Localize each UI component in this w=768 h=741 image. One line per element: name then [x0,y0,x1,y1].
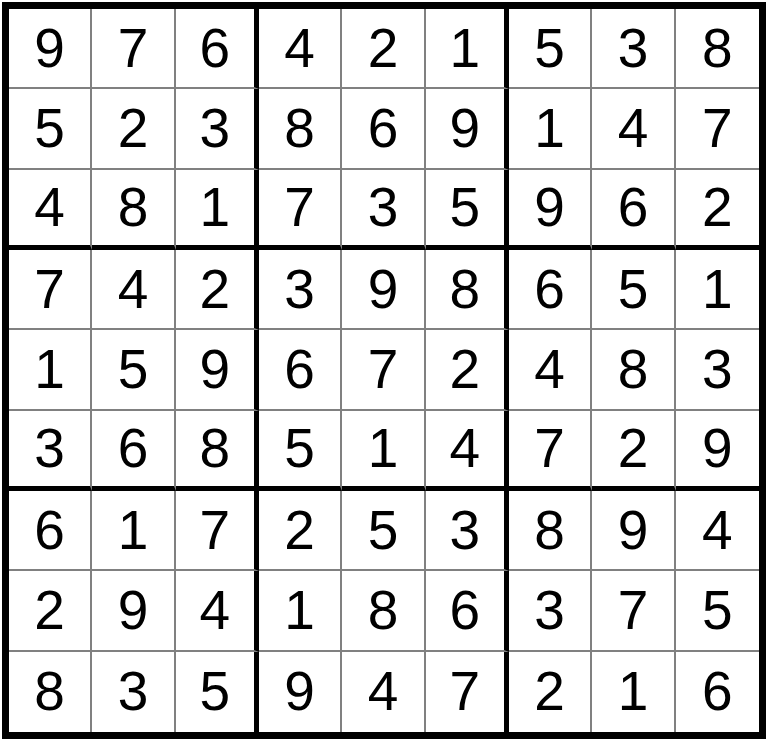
cell-r6c5[interactable]: 1 [342,411,425,491]
cell-r6c2[interactable]: 6 [92,411,175,491]
digit: 3 [284,262,315,317]
digit: 7 [702,101,733,156]
cell-r8c5[interactable]: 8 [342,571,425,651]
cell-r1c4[interactable]: 4 [259,9,342,89]
digit: 6 [284,342,315,397]
digit: 1 [200,180,231,235]
cell-r3c4[interactable]: 7 [259,170,342,250]
digit: 9 [368,262,399,317]
digit: 6 [618,180,649,235]
cell-r7c8[interactable]: 9 [592,491,675,571]
cell-r2c6[interactable]: 9 [426,89,509,169]
cell-r5c1[interactable]: 1 [9,330,92,410]
digit: 6 [450,583,481,638]
cell-r8c2[interactable]: 9 [92,571,175,651]
cell-r6c6[interactable]: 4 [426,411,509,491]
digit: 3 [702,342,733,397]
cell-r8c6[interactable]: 6 [426,571,509,651]
cell-r8c7[interactable]: 3 [509,571,592,651]
cell-r1c2[interactable]: 7 [92,9,175,89]
cell-r5c8[interactable]: 8 [592,330,675,410]
digit: 2 [618,421,649,476]
digit: 9 [200,342,231,397]
cell-r4c4[interactable]: 3 [259,250,342,330]
digit: 4 [618,101,649,156]
digit: 4 [702,503,733,558]
cell-r5c3[interactable]: 9 [176,330,259,410]
cell-r7c9[interactable]: 4 [676,491,759,571]
cell-r7c7[interactable]: 8 [509,491,592,571]
cell-r7c6[interactable]: 3 [426,491,509,571]
cell-r7c2[interactable]: 1 [92,491,175,571]
digit: 5 [534,21,565,76]
cell-r3c9[interactable]: 2 [676,170,759,250]
cell-r4c9[interactable]: 1 [676,250,759,330]
digit: 3 [450,503,481,558]
cell-r5c4[interactable]: 6 [259,330,342,410]
digit: 5 [284,421,315,476]
digit: 4 [450,421,481,476]
digit: 8 [618,342,649,397]
cell-r1c8[interactable]: 3 [592,9,675,89]
digit: 9 [534,180,565,235]
digit: 8 [534,503,565,558]
digit: 2 [284,503,315,558]
cell-r2c8[interactable]: 4 [592,89,675,169]
digit: 4 [118,262,149,317]
digit: 6 [368,101,399,156]
cell-r2c7[interactable]: 1 [509,89,592,169]
digit: 7 [118,21,149,76]
digit: 7 [450,664,481,719]
cell-r4c6[interactable]: 8 [426,250,509,330]
digit: 7 [284,180,315,235]
cell-r3c2[interactable]: 8 [92,170,175,250]
cell-r5c5[interactable]: 7 [342,330,425,410]
digit: 1 [702,262,733,317]
cell-r5c6[interactable]: 2 [426,330,509,410]
cell-r2c3[interactable]: 3 [176,89,259,169]
cell-r6c3[interactable]: 8 [176,411,259,491]
cell-r6c1[interactable]: 3 [9,411,92,491]
digit: 6 [118,421,149,476]
digit: 9 [118,583,149,638]
sudoku-board: 9764215385238691474817359627423986511596… [2,2,766,739]
cell-r3c1[interactable]: 4 [9,170,92,250]
digit: 9 [702,421,733,476]
digit: 3 [618,21,649,76]
digit: 9 [34,21,65,76]
digit: 7 [618,583,649,638]
cell-r5c2[interactable]: 5 [92,330,175,410]
digit: 3 [368,180,399,235]
digit: 1 [368,421,399,476]
cell-r8c1[interactable]: 2 [9,571,92,651]
cell-r7c4[interactable]: 2 [259,491,342,571]
cell-r2c2[interactable]: 2 [92,89,175,169]
cell-r8c3[interactable]: 4 [176,571,259,651]
digit: 4 [534,342,565,397]
cell-r1c1[interactable]: 9 [9,9,92,89]
cell-r1c3[interactable]: 6 [176,9,259,89]
cell-r3c5[interactable]: 3 [342,170,425,250]
cell-r6c8[interactable]: 2 [592,411,675,491]
cell-r1c7[interactable]: 5 [509,9,592,89]
cell-r2c5[interactable]: 6 [342,89,425,169]
digit: 7 [368,342,399,397]
digit: 6 [200,21,231,76]
digit: 7 [34,262,65,317]
cell-r4c7[interactable]: 6 [509,250,592,330]
cell-r6c9[interactable]: 9 [676,411,759,491]
digit: 8 [118,180,149,235]
digit: 4 [200,583,231,638]
cell-r3c8[interactable]: 6 [592,170,675,250]
digit: 1 [618,664,649,719]
cell-r9c3[interactable]: 5 [176,652,259,732]
cell-r4c3[interactable]: 2 [176,250,259,330]
cell-r7c3[interactable]: 7 [176,491,259,571]
digit: 4 [34,180,65,235]
digit: 6 [702,664,733,719]
cell-r2c9[interactable]: 7 [676,89,759,169]
cell-r3c3[interactable]: 1 [176,170,259,250]
digit: 5 [200,664,231,719]
digit: 8 [368,583,399,638]
digit: 7 [534,421,565,476]
cell-r1c6[interactable]: 1 [426,9,509,89]
cell-r6c4[interactable]: 5 [259,411,342,491]
digit: 3 [34,421,65,476]
digit: 5 [368,503,399,558]
cell-r2c1[interactable]: 5 [9,89,92,169]
cell-r8c9[interactable]: 5 [676,571,759,651]
digit: 9 [284,664,315,719]
cell-r1c9[interactable]: 8 [676,9,759,89]
cell-r7c5[interactable]: 5 [342,491,425,571]
digit: 8 [34,664,65,719]
cell-r9c1[interactable]: 8 [9,652,92,732]
cell-r5c7[interactable]: 4 [509,330,592,410]
digit: 5 [34,101,65,156]
digit: 2 [118,101,149,156]
cell-r8c4[interactable]: 1 [259,571,342,651]
digit: 2 [702,180,733,235]
cell-r4c8[interactable]: 5 [592,250,675,330]
digit: 1 [34,342,65,397]
digit: 4 [368,664,399,719]
digit: 5 [450,180,481,235]
digit: 7 [200,503,231,558]
digit: 9 [450,101,481,156]
digit: 3 [118,664,149,719]
cell-r9c6[interactable]: 7 [426,652,509,732]
digit: 4 [284,21,315,76]
digit: 1 [118,503,149,558]
cell-r4c5[interactable]: 9 [342,250,425,330]
cell-r4c2[interactable]: 4 [92,250,175,330]
cell-r6c7[interactable]: 7 [509,411,592,491]
digit: 2 [534,664,565,719]
cell-r5c9[interactable]: 3 [676,330,759,410]
digit: 5 [702,583,733,638]
digit: 1 [450,21,481,76]
cell-r9c5[interactable]: 4 [342,652,425,732]
cell-r8c8[interactable]: 7 [592,571,675,651]
digit: 9 [618,503,649,558]
cell-r4c1[interactable]: 7 [9,250,92,330]
digit: 5 [618,262,649,317]
cell-r3c6[interactable]: 5 [426,170,509,250]
cell-r9c7[interactable]: 2 [509,652,592,732]
cell-r7c1[interactable]: 6 [9,491,92,571]
cell-r9c9[interactable]: 6 [676,652,759,732]
cell-r9c4[interactable]: 9 [259,652,342,732]
digit: 8 [284,101,315,156]
digit: 2 [200,262,231,317]
digit: 6 [34,503,65,558]
cell-r9c2[interactable]: 3 [92,652,175,732]
digit: 3 [534,583,565,638]
digit: 8 [450,262,481,317]
digit: 3 [200,101,231,156]
digit: 1 [284,583,315,638]
cell-r3c7[interactable]: 9 [509,170,592,250]
cell-r2c4[interactable]: 8 [259,89,342,169]
digit: 2 [450,342,481,397]
digit: 1 [534,101,565,156]
digit: 5 [118,342,149,397]
digit: 6 [534,262,565,317]
cell-r1c5[interactable]: 2 [342,9,425,89]
digit: 8 [200,421,231,476]
cell-r9c8[interactable]: 1 [592,652,675,732]
digit: 2 [34,583,65,638]
digit: 2 [368,21,399,76]
digit: 8 [702,21,733,76]
